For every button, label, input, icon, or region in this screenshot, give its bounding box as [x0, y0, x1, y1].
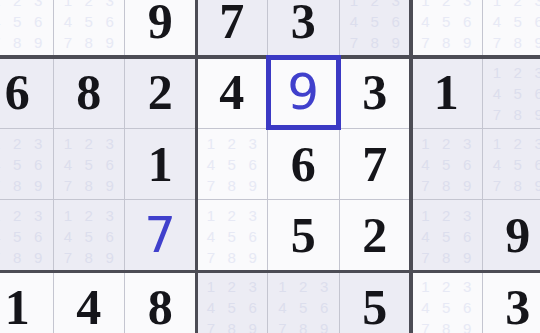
- candidate-digit: 1: [0, 0, 7, 11]
- cell-r7c3[interactable]: 8: [125, 272, 197, 333]
- candidate-digit: 7: [58, 247, 79, 268]
- candidate-digit: 8: [507, 104, 528, 125]
- candidate-digit: 8: [78, 247, 99, 268]
- given-digit: 5: [291, 210, 316, 260]
- candidate-digit: 3: [99, 0, 120, 11]
- candidate-digit: 5: [507, 83, 528, 104]
- cell-r5c5[interactable]: 6: [268, 129, 340, 201]
- candidate-digit: 4: [344, 11, 365, 32]
- candidate-digit: 6: [99, 226, 120, 247]
- candidate-digit: 8: [78, 32, 99, 53]
- given-digit: 2: [362, 210, 387, 260]
- cell-r3c8[interactable]: 123456789: [483, 0, 540, 57]
- candidate-digit: 7: [201, 318, 222, 333]
- candidate-digit: 6: [28, 154, 49, 175]
- pencil-marks: 123456789: [483, 0, 540, 56]
- candidate-digit: 9: [242, 318, 263, 333]
- candidate-digit: 1: [487, 134, 508, 155]
- candidate-digit: 2: [78, 134, 99, 155]
- candidate-digit: 2: [221, 205, 242, 226]
- candidate-digit: 2: [78, 0, 99, 11]
- candidate-digit: 2: [436, 0, 457, 11]
- candidate-digit: 8: [7, 175, 28, 196]
- candidate-digit: 5: [507, 154, 528, 175]
- cell-r5c4[interactable]: 123456789: [197, 129, 269, 201]
- candidate-digit: 2: [293, 277, 314, 298]
- candidate-digit: 3: [28, 0, 49, 11]
- candidate-digit: 7: [0, 175, 7, 196]
- candidate-digit: 4: [201, 297, 222, 318]
- candidate-digit: 7: [344, 32, 365, 53]
- candidate-digit: 2: [436, 205, 457, 226]
- candidate-digit: 7: [487, 104, 508, 125]
- given-digit: 5: [362, 282, 387, 332]
- candidate-digit: 4: [272, 297, 293, 318]
- candidate-digit: 6: [99, 154, 120, 175]
- given-digit: 6: [5, 67, 30, 117]
- cell-r4c3[interactable]: 2: [125, 57, 197, 129]
- candidate-digit: 1: [201, 134, 222, 155]
- cell-r6c6[interactable]: 2: [340, 200, 412, 272]
- candidate-digit: 7: [201, 247, 222, 268]
- given-digit: 1: [434, 67, 459, 117]
- candidate-digit: 5: [78, 154, 99, 175]
- pencil-marks: 123456789: [268, 272, 339, 333]
- candidate-digit: 9: [528, 104, 540, 125]
- candidate-digit: 1: [0, 205, 7, 226]
- pencil-marks: 123456789: [54, 0, 125, 56]
- candidate-digit: 6: [528, 154, 540, 175]
- candidate-digit: 9: [99, 175, 120, 196]
- candidate-digit: 9: [528, 175, 540, 196]
- candidate-digit: 3: [99, 205, 120, 226]
- candidate-digit: 8: [221, 318, 242, 333]
- cell-r3c4[interactable]: 7: [197, 0, 269, 57]
- candidate-digit: 9: [28, 175, 49, 196]
- candidate-digit: 4: [415, 154, 436, 175]
- candidate-digit: 9: [99, 247, 120, 268]
- candidate-digit: 9: [314, 318, 335, 333]
- candidate-digit: 7: [415, 175, 436, 196]
- candidate-digit: 6: [314, 297, 335, 318]
- candidate-digit: 1: [415, 277, 436, 298]
- candidate-digit: 6: [385, 11, 406, 32]
- cell-r4c1[interactable]: 6: [0, 57, 54, 129]
- pencil-marks: 123456789: [483, 57, 540, 128]
- candidate-digit: 7: [0, 32, 7, 53]
- given-digit: 4: [76, 282, 101, 332]
- pencil-marks: 123456789: [0, 0, 53, 56]
- candidate-digit: 8: [436, 247, 457, 268]
- candidate-digit: 2: [364, 0, 385, 11]
- candidate-digit: 8: [436, 32, 457, 53]
- candidate-digit: 1: [487, 0, 508, 11]
- cell-r6c8[interactable]: 9: [483, 200, 540, 272]
- candidate-digit: 9: [457, 175, 478, 196]
- candidate-digit: 2: [436, 134, 457, 155]
- candidate-digit: 5: [436, 226, 457, 247]
- candidate-digit: 8: [221, 247, 242, 268]
- candidate-digit: 1: [58, 134, 79, 155]
- candidate-digit: 8: [7, 32, 28, 53]
- candidate-digit: 5: [293, 297, 314, 318]
- candidate-digit: 7: [58, 175, 79, 196]
- candidate-digit: 2: [7, 134, 28, 155]
- cell-r5c7[interactable]: 123456789: [411, 129, 483, 201]
- candidate-digit: 7: [487, 175, 508, 196]
- cell-r7c1[interactable]: 1: [0, 272, 54, 333]
- cell-r3c6[interactable]: 123456789: [340, 0, 412, 57]
- candidate-digit: 5: [364, 11, 385, 32]
- candidate-digit: 5: [436, 297, 457, 318]
- candidate-digit: 9: [457, 247, 478, 268]
- candidate-digit: 4: [201, 154, 222, 175]
- candidate-digit: 7: [272, 318, 293, 333]
- given-digit: 1: [5, 282, 30, 332]
- candidate-digit: 2: [7, 205, 28, 226]
- cell-r7c2[interactable]: 4: [54, 272, 126, 333]
- candidate-digit: 2: [507, 134, 528, 155]
- cell-r7c6[interactable]: 5: [340, 272, 412, 333]
- candidate-digit: 6: [242, 154, 263, 175]
- given-digit: 3: [505, 282, 530, 332]
- candidate-digit: 4: [487, 11, 508, 32]
- given-digit: 2: [148, 67, 173, 117]
- given-digit: 1: [148, 139, 173, 189]
- cell-r4c4[interactable]: 4: [197, 57, 269, 129]
- pencil-marks: 123456789: [54, 200, 125, 271]
- sudoku-board: 1234567891234567899731234567891234567891…: [0, 0, 540, 333]
- cell-r4c8[interactable]: 123456789: [483, 57, 540, 129]
- candidate-digit: 5: [7, 154, 28, 175]
- candidate-digit: 9: [28, 32, 49, 53]
- candidate-digit: 8: [507, 175, 528, 196]
- candidate-digit: 6: [28, 226, 49, 247]
- candidate-digit: 9: [99, 32, 120, 53]
- candidate-digit: 8: [78, 175, 99, 196]
- candidate-digit: 4: [0, 226, 7, 247]
- candidate-digit: 1: [201, 205, 222, 226]
- candidate-digit: 3: [28, 134, 49, 155]
- cell-r3c2[interactable]: 123456789: [54, 0, 126, 57]
- cell-r3c5[interactable]: 3: [268, 0, 340, 57]
- cell-r4c2[interactable]: 8: [54, 57, 126, 129]
- candidate-digit: 1: [344, 0, 365, 11]
- candidate-digit: 6: [528, 83, 540, 104]
- candidate-digit: 4: [487, 83, 508, 104]
- cell-r3c3[interactable]: 9: [125, 0, 197, 57]
- candidate-digit: 9: [457, 32, 478, 53]
- candidate-digit: 3: [528, 62, 540, 83]
- candidate-digit: 6: [28, 11, 49, 32]
- candidate-digit: 1: [0, 134, 7, 155]
- cell-r6c7[interactable]: 123456789: [411, 200, 483, 272]
- candidate-digit: 5: [436, 154, 457, 175]
- candidate-digit: 5: [221, 297, 242, 318]
- candidate-digit: 7: [58, 32, 79, 53]
- pencil-marks: 123456789: [483, 129, 540, 200]
- candidate-digit: 1: [487, 62, 508, 83]
- pencil-marks: 123456789: [411, 0, 482, 56]
- candidate-digit: 8: [221, 175, 242, 196]
- cell-r7c5[interactable]: 123456789: [268, 272, 340, 333]
- candidate-digit: 5: [221, 154, 242, 175]
- candidate-digit: 1: [58, 205, 79, 226]
- candidate-digit: 3: [28, 205, 49, 226]
- candidate-digit: 2: [436, 277, 457, 298]
- given-digit: 4: [219, 67, 244, 117]
- candidate-digit: 9: [242, 175, 263, 196]
- candidate-digit: 1: [58, 0, 79, 11]
- candidate-digit: 1: [415, 205, 436, 226]
- cell-r6c4[interactable]: 123456789: [197, 200, 269, 272]
- candidate-digit: 8: [7, 247, 28, 268]
- candidate-digit: 9: [528, 32, 540, 53]
- cell-r4c7[interactable]: 1: [411, 57, 483, 129]
- cell-r6c3[interactable]: 7: [125, 200, 197, 272]
- given-digit: 8: [148, 282, 173, 332]
- candidate-digit: 4: [415, 11, 436, 32]
- cell-r6c2[interactable]: 123456789: [54, 200, 126, 272]
- pencil-marks: 123456789: [54, 129, 125, 200]
- cell-r5c2[interactable]: 123456789: [54, 129, 126, 201]
- candidate-digit: 1: [415, 134, 436, 155]
- candidate-digit: 6: [242, 297, 263, 318]
- candidate-digit: 4: [415, 226, 436, 247]
- candidate-digit: 2: [221, 277, 242, 298]
- candidate-digit: 1: [272, 277, 293, 298]
- candidate-digit: 8: [507, 32, 528, 53]
- cell-r3c1[interactable]: 123456789: [0, 0, 54, 57]
- candidate-digit: 2: [78, 205, 99, 226]
- candidate-digit: 5: [507, 11, 528, 32]
- candidate-digit: 7: [487, 32, 508, 53]
- pencil-marks: 123456789: [411, 200, 482, 271]
- candidate-digit: 3: [99, 134, 120, 155]
- candidate-digit: 3: [457, 277, 478, 298]
- candidate-digit: 7: [0, 247, 7, 268]
- given-digit: 3: [362, 67, 387, 117]
- candidate-digit: 4: [487, 154, 508, 175]
- candidate-digit: 9: [242, 247, 263, 268]
- candidate-digit: 9: [457, 318, 478, 333]
- given-digit: 7: [362, 139, 387, 189]
- cell-r4c6[interactable]: 3: [340, 57, 412, 129]
- candidate-digit: 3: [457, 205, 478, 226]
- candidate-digit: 4: [0, 154, 7, 175]
- candidate-digit: 5: [436, 11, 457, 32]
- candidate-digit: 5: [221, 226, 242, 247]
- cell-r3c7[interactable]: 123456789: [411, 0, 483, 57]
- candidate-digit: 3: [457, 0, 478, 11]
- user-digit: 7: [144, 210, 176, 260]
- candidate-digit: 4: [58, 226, 79, 247]
- cell-r6c1[interactable]: 123456789: [0, 200, 54, 272]
- cell-r7c8[interactable]: 3: [483, 272, 540, 333]
- candidate-digit: 3: [528, 0, 540, 11]
- cell-r6c5[interactable]: 5: [268, 200, 340, 272]
- given-digit: 9: [148, 0, 173, 46]
- given-digit: 6: [291, 139, 316, 189]
- candidate-digit: 4: [0, 11, 7, 32]
- candidate-digit: 9: [385, 32, 406, 53]
- cell-r5c6[interactable]: 7: [340, 129, 412, 201]
- candidate-digit: 7: [415, 32, 436, 53]
- given-digit: 3: [291, 0, 316, 46]
- candidate-digit: 7: [415, 247, 436, 268]
- candidate-digit: 3: [385, 0, 406, 11]
- given-digit: 8: [76, 67, 101, 117]
- candidate-digit: 6: [457, 154, 478, 175]
- candidate-digit: 4: [58, 11, 79, 32]
- candidate-digit: 6: [457, 226, 478, 247]
- candidate-digit: 6: [457, 297, 478, 318]
- candidate-digit: 5: [7, 11, 28, 32]
- pencil-marks: 123456789: [197, 200, 268, 271]
- candidate-digit: 6: [99, 11, 120, 32]
- cell-r5c8[interactable]: 123456789: [483, 129, 540, 201]
- candidate-digit: 3: [242, 134, 263, 155]
- candidate-digit: 6: [528, 11, 540, 32]
- candidate-digit: 8: [364, 32, 385, 53]
- cell-r5c1[interactable]: 123456789: [0, 129, 54, 201]
- candidate-digit: 4: [415, 297, 436, 318]
- candidate-digit: 3: [242, 205, 263, 226]
- candidate-digit: 3: [528, 134, 540, 155]
- candidate-digit: 5: [78, 11, 99, 32]
- candidate-digit: 8: [436, 175, 457, 196]
- candidate-digit: 2: [507, 62, 528, 83]
- pencil-marks: 123456789: [0, 200, 53, 271]
- pencil-marks: 123456789: [197, 129, 268, 200]
- pencil-marks: 123456789: [0, 129, 53, 200]
- candidate-digit: 9: [28, 247, 49, 268]
- candidate-digit: 7: [415, 318, 436, 333]
- pencil-marks: 123456789: [197, 272, 268, 333]
- candidate-digit: 5: [78, 226, 99, 247]
- cell-r4c5[interactable]: 9: [268, 57, 340, 129]
- candidate-digit: 3: [457, 134, 478, 155]
- cell-r5c3[interactable]: 1: [125, 129, 197, 201]
- given-digit: 9: [505, 210, 530, 260]
- candidate-digit: 8: [436, 318, 457, 333]
- candidate-digit: 8: [293, 318, 314, 333]
- cell-r7c4[interactable]: 123456789: [197, 272, 269, 333]
- pencil-marks: 123456789: [340, 0, 411, 56]
- candidate-digit: 4: [58, 154, 79, 175]
- candidate-digit: 2: [221, 134, 242, 155]
- candidate-digit: 1: [415, 0, 436, 11]
- candidate-digit: 7: [201, 175, 222, 196]
- pencil-marks: 123456789: [411, 129, 482, 200]
- candidate-digit: 6: [242, 226, 263, 247]
- user-digit: 9: [287, 67, 319, 117]
- candidate-digit: 3: [314, 277, 335, 298]
- candidate-digit: 2: [507, 0, 528, 11]
- given-digit: 7: [219, 0, 244, 46]
- pencil-marks: 123456789: [411, 272, 482, 333]
- cell-r7c7[interactable]: 123456789: [411, 272, 483, 333]
- candidate-digit: 6: [457, 11, 478, 32]
- candidate-digit: 4: [201, 226, 222, 247]
- candidate-digit: 1: [201, 277, 222, 298]
- candidate-digit: 2: [7, 0, 28, 11]
- candidate-digit: 5: [7, 226, 28, 247]
- candidate-digit: 3: [242, 277, 263, 298]
